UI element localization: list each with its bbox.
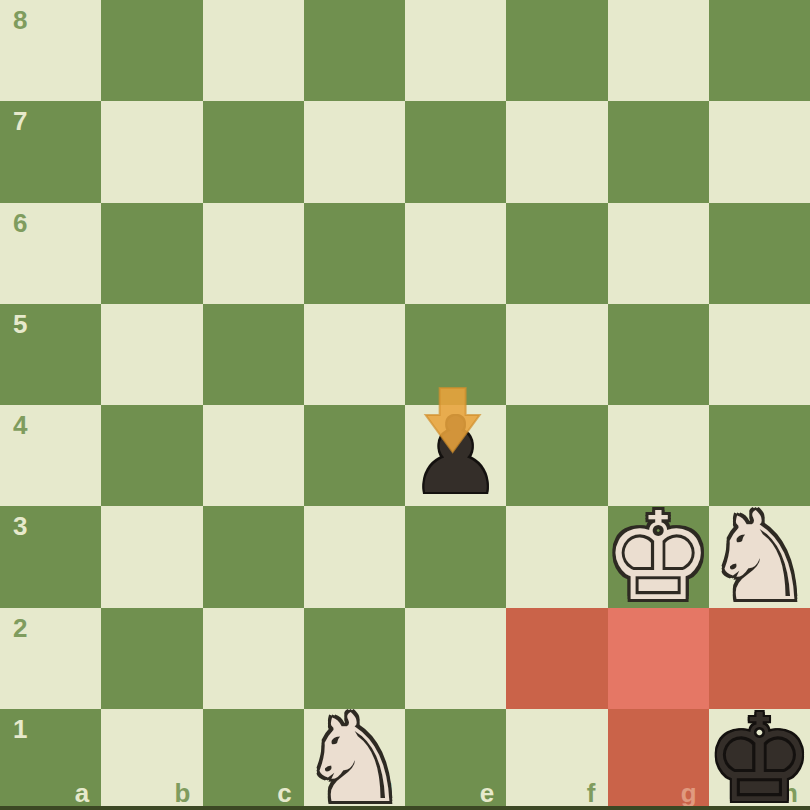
square-d3[interactable] (304, 506, 405, 607)
square-a2[interactable]: 2 (0, 608, 101, 709)
black-pawn-piece[interactable]: ♟ (405, 405, 506, 506)
square-c8[interactable] (203, 0, 304, 101)
square-f5[interactable] (506, 304, 607, 405)
file-label-c: c (277, 780, 291, 806)
board-bottom-edge (0, 806, 810, 810)
square-b1[interactable]: b (101, 709, 202, 810)
white-king-piece[interactable]: ♚ (608, 506, 709, 607)
square-f7[interactable] (506, 101, 607, 202)
square-b2[interactable] (101, 608, 202, 709)
square-e6[interactable] (405, 203, 506, 304)
square-c1[interactable]: c (203, 709, 304, 810)
square-e2[interactable] (405, 608, 506, 709)
square-c6[interactable] (203, 203, 304, 304)
rank-label-1: 1 (13, 716, 27, 742)
square-a8[interactable]: 8 (0, 0, 101, 101)
file-label-a: a (75, 780, 89, 806)
square-b4[interactable] (101, 405, 202, 506)
square-c2[interactable] (203, 608, 304, 709)
square-h8[interactable] (709, 0, 810, 101)
square-d6[interactable] (304, 203, 405, 304)
square-b5[interactable] (101, 304, 202, 405)
square-f2[interactable] (506, 608, 607, 709)
square-b3[interactable] (101, 506, 202, 607)
rank-label-8: 8 (13, 7, 27, 33)
square-e5[interactable] (405, 304, 506, 405)
square-f1[interactable]: f (506, 709, 607, 810)
rank-label-6: 6 (13, 210, 27, 236)
black-king-piece[interactable]: ♚ (709, 709, 810, 810)
square-f3[interactable] (506, 506, 607, 607)
square-b6[interactable] (101, 203, 202, 304)
square-a7[interactable]: 7 (0, 101, 101, 202)
file-label-e: e (480, 780, 494, 806)
square-h7[interactable] (709, 101, 810, 202)
white-knight-piece[interactable]: ♞ (304, 709, 405, 810)
square-f4[interactable] (506, 405, 607, 506)
white-knight-piece[interactable]: ♞ (709, 506, 810, 607)
square-c4[interactable] (203, 405, 304, 506)
chess-board: 87654321abcdefgh♟♚♞♞♚ (0, 0, 810, 810)
square-g8[interactable] (608, 0, 709, 101)
file-label-b: b (175, 780, 191, 806)
rank-label-3: 3 (13, 513, 27, 539)
square-a3[interactable]: 3 (0, 506, 101, 607)
square-e7[interactable] (405, 101, 506, 202)
square-d7[interactable] (304, 101, 405, 202)
file-label-g: g (681, 780, 697, 806)
square-e1[interactable]: e (405, 709, 506, 810)
square-a1[interactable]: 1a (0, 709, 101, 810)
file-label-f: f (587, 780, 596, 806)
square-c5[interactable] (203, 304, 304, 405)
square-a6[interactable]: 6 (0, 203, 101, 304)
square-b8[interactable] (101, 0, 202, 101)
square-g1[interactable]: g (608, 709, 709, 810)
rank-label-5: 5 (13, 311, 27, 337)
square-d8[interactable] (304, 0, 405, 101)
square-h5[interactable] (709, 304, 810, 405)
rank-label-4: 4 (13, 412, 27, 438)
square-e8[interactable] (405, 0, 506, 101)
square-e3[interactable] (405, 506, 506, 607)
square-a4[interactable]: 4 (0, 405, 101, 506)
square-f6[interactable] (506, 203, 607, 304)
square-h6[interactable] (709, 203, 810, 304)
square-d5[interactable] (304, 304, 405, 405)
square-d4[interactable] (304, 405, 405, 506)
square-b7[interactable] (101, 101, 202, 202)
square-a5[interactable]: 5 (0, 304, 101, 405)
rank-label-7: 7 (13, 108, 27, 134)
square-g6[interactable] (608, 203, 709, 304)
square-g7[interactable] (608, 101, 709, 202)
square-c7[interactable] (203, 101, 304, 202)
square-c3[interactable] (203, 506, 304, 607)
rank-label-2: 2 (13, 615, 27, 641)
square-g5[interactable] (608, 304, 709, 405)
square-f8[interactable] (506, 0, 607, 101)
